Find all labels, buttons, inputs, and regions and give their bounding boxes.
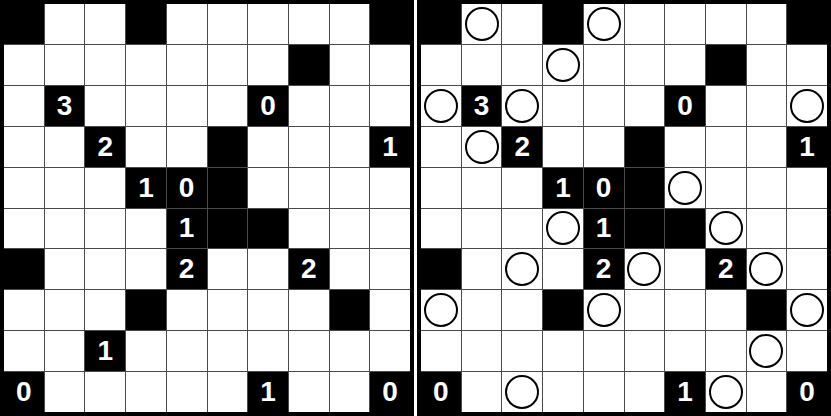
puzzle-cell-r3c6[interactable] [248,127,288,167]
puzzle-cell-r8c7[interactable] [289,331,329,371]
puzzle-cell-r7c2[interactable] [85,290,125,330]
solution-cell-r2c2[interactable] [502,86,542,126]
solution-cell-r4c3: 1 [543,168,583,208]
solution-cell-r5c9[interactable] [787,209,827,249]
solution-cell-r9c3[interactable] [543,372,583,412]
solution-cell-r0c3 [543,4,583,44]
solution-cell-r1c1[interactable] [462,45,502,85]
puzzle-cell-r9c7[interactable] [289,372,329,412]
puzzle-cell-r5c9[interactable] [370,209,410,249]
solution-cell-r7c4[interactable] [584,290,624,330]
solution-cell-r8c1[interactable] [462,331,502,371]
bulb-circle [790,89,824,123]
puzzle-cell-r3c7[interactable] [289,127,329,167]
solution-cell-r8c2[interactable] [502,331,542,371]
bulb-circle [668,171,702,205]
puzzle-cell-r1c3[interactable] [126,45,166,85]
solution-cell-r8c9[interactable] [787,331,827,371]
puzzle-cell-r0c3 [126,4,166,44]
bulb-circle [749,252,783,286]
solution-cell-r5c4: 1 [584,209,624,249]
solution-cell-r0c0 [421,4,461,44]
solution-cell-r1c6[interactable] [665,45,705,85]
puzzle-cell-r4c7[interactable] [289,168,329,208]
solution-cell-r5c8[interactable] [747,209,787,249]
puzzle-cell-r4c5 [208,168,248,208]
solution-cell-r8c4[interactable] [584,331,624,371]
solution-cell-r5c3[interactable] [543,209,583,249]
bulb-circle [424,293,458,327]
puzzle-cell-r6c2[interactable] [85,249,125,289]
solution-cell-r3c1[interactable] [462,127,502,167]
puzzle-cell-r4c8[interactable] [330,168,370,208]
solution-cell-r4c8[interactable] [747,168,787,208]
solution-cell-r0c6[interactable] [665,4,705,44]
solution-cell-r1c0[interactable] [421,45,461,85]
solution-cell-r5c2[interactable] [502,209,542,249]
solution-cell-r1c2[interactable] [502,45,542,85]
solution-cell-r3c3[interactable] [543,127,583,167]
puzzle-cell-r1c7 [289,45,329,85]
solution-cell-r9c9: 0 [787,372,827,412]
puzzle-cell-r9c0: 0 [4,372,44,412]
puzzle-cell-r5c5 [208,209,248,249]
solution-cell-r6c0 [421,249,461,289]
puzzle-cell-r2c1: 3 [45,86,85,126]
solution-cell-r7c5[interactable] [625,290,665,330]
puzzle-cell-r6c7: 2 [289,249,329,289]
puzzle-cell-r6c5[interactable] [208,249,248,289]
puzzle-cell-r3c3[interactable] [126,127,166,167]
solution-cell-r3c4[interactable] [584,127,624,167]
puzzle-cell-r3c9: 1 [370,127,410,167]
puzzle-cell-r1c0[interactable] [4,45,44,85]
solution-cell-r7c7[interactable] [706,290,746,330]
solution-cell-r9c8[interactable] [747,372,787,412]
puzzle-cell-r9c8[interactable] [330,372,370,412]
solution-cell-r8c0[interactable] [421,331,461,371]
puzzle-cell-r9c9: 0 [370,372,410,412]
puzzle-cell-r8c1[interactable] [45,331,85,371]
solution-cell-r6c4: 2 [584,249,624,289]
puzzle-cell-r5c2[interactable] [85,209,125,249]
puzzle-cell-r2c2[interactable] [85,86,125,126]
solution-cell-r4c7[interactable] [706,168,746,208]
solution-cell-r0c9 [787,4,827,44]
puzzle-cell-r3c0[interactable] [4,127,44,167]
solution-cell-r2c6: 0 [665,86,705,126]
puzzle-cell-r1c1[interactable] [45,45,85,85]
solution-cell-r5c1[interactable] [462,209,502,249]
puzzle-cell-r8c5[interactable] [208,331,248,371]
solution-cell-r3c0[interactable] [421,127,461,167]
puzzle-cell-r4c3: 1 [126,168,166,208]
solution-board: 302110122010 [417,0,831,416]
puzzle-cell-r3c2: 2 [85,127,125,167]
bulb-circle [587,293,621,327]
bulb-circle [790,293,824,327]
solution-cell-r5c0[interactable] [421,209,461,249]
solution-cell-r4c5 [625,168,665,208]
solution-cell-r2c4[interactable] [584,86,624,126]
bulb-circle [709,375,743,409]
puzzle-cell-r9c4[interactable] [167,372,207,412]
puzzle-cell-r7c0[interactable] [4,290,44,330]
puzzle-cell-r5c7[interactable] [289,209,329,249]
puzzle-cell-r6c0 [4,249,44,289]
solution-cell-r1c7 [706,45,746,85]
puzzle-cell-r6c6[interactable] [248,249,288,289]
puzzle-cell-r8c2: 1 [85,331,125,371]
puzzle-cell-r3c4[interactable] [167,127,207,167]
puzzle-cell-r5c6 [248,209,288,249]
solution-cell-r7c8 [747,290,787,330]
puzzle-cell-r9c6: 1 [248,372,288,412]
solution-cell-r0c1[interactable] [462,4,502,44]
solution-cell-r1c3[interactable] [543,45,583,85]
solution-cell-r4c1[interactable] [462,168,502,208]
puzzle-cell-r7c1[interactable] [45,290,85,330]
solution-cell-r2c8[interactable] [747,86,787,126]
solution-cell-r6c2[interactable] [502,249,542,289]
puzzle-cell-r0c2[interactable] [85,4,125,44]
puzzle-cell-r1c6[interactable] [248,45,288,85]
puzzle-cell-r5c0[interactable] [4,209,44,249]
solution-cell-r4c0[interactable] [421,168,461,208]
solution-cell-r3c9: 1 [787,127,827,167]
solution-cell-r2c7[interactable] [706,86,746,126]
puzzle-cell-r2c6: 0 [248,86,288,126]
solution-cell-r8c7[interactable] [706,331,746,371]
bulb-circle [587,7,621,41]
solution-cell-r1c9[interactable] [787,45,827,85]
puzzle-cell-r4c4: 0 [167,168,207,208]
puzzle-cell-r6c8[interactable] [330,249,370,289]
puzzle-cell-r5c4: 1 [167,209,207,249]
solution-cell-r4c9[interactable] [787,168,827,208]
bulb-circle [424,89,458,123]
puzzle-cell-r8c6[interactable] [248,331,288,371]
puzzle-cell-r4c6[interactable] [248,168,288,208]
puzzle-cell-r3c1[interactable] [45,127,85,167]
puzzle-cell-r0c1[interactable] [45,4,85,44]
puzzle-cell-r5c1[interactable] [45,209,85,249]
solution-cell-r7c1[interactable] [462,290,502,330]
solution-cell-r0c7[interactable] [706,4,746,44]
puzzle-cell-r2c5[interactable] [208,86,248,126]
solution-cell-r6c9[interactable] [787,249,827,289]
solution-cell-r0c4[interactable] [584,4,624,44]
puzzle-cell-r2c3[interactable] [126,86,166,126]
solution-cell-r2c3[interactable] [543,86,583,126]
puzzle-cell-r7c5[interactable] [208,290,248,330]
solution-cell-r6c6[interactable] [665,249,705,289]
solution-cell-r3c7[interactable] [706,127,746,167]
puzzle-cell-r1c5[interactable] [208,45,248,85]
puzzle-cell-r0c9 [370,4,410,44]
puzzle-cell-r2c4[interactable] [167,86,207,126]
puzzle-cell-r0c7[interactable] [289,4,329,44]
puzzle-cell-r7c3 [126,290,166,330]
solution-cell-r7c6[interactable] [665,290,705,330]
solution-cell-r0c2[interactable] [502,4,542,44]
puzzle-cell-r8c8[interactable] [330,331,370,371]
puzzle-cell-r4c2[interactable] [85,168,125,208]
puzzle-cell-r5c3[interactable] [126,209,166,249]
solution-cell-r3c5 [625,127,665,167]
solution-cell-r8c5[interactable] [625,331,665,371]
puzzle-cell-r1c2[interactable] [85,45,125,85]
puzzle-cell-r7c7[interactable] [289,290,329,330]
puzzle-cell-r6c4: 2 [167,249,207,289]
solution-cell-r6c1[interactable] [462,249,502,289]
puzzle-cell-r1c9[interactable] [370,45,410,85]
puzzle-cell-r8c9[interactable] [370,331,410,371]
puzzle-cell-r2c0[interactable] [4,86,44,126]
puzzle-cell-r6c9[interactable] [370,249,410,289]
puzzle-cell-r9c2[interactable] [85,372,125,412]
puzzle-cell-r7c8 [330,290,370,330]
solution-cell-r7c3 [543,290,583,330]
puzzle-cell-r8c3[interactable] [126,331,166,371]
puzzle-cell-r8c0[interactable] [4,331,44,371]
solution-cell-r7c0[interactable] [421,290,461,330]
bulb-circle [546,48,580,82]
solution-cell-r4c4: 0 [584,168,624,208]
puzzle-cell-r1c8[interactable] [330,45,370,85]
bulb-circle [627,252,661,286]
solution-cell-r9c0: 0 [421,372,461,412]
solution-cell-r9c6: 1 [665,372,705,412]
puzzle-cell-r7c4[interactable] [167,290,207,330]
solution-cell-r9c4[interactable] [584,372,624,412]
bulb-circle [505,252,539,286]
solution-cell-r6c5[interactable] [625,249,665,289]
solution-cell-r8c6[interactable] [665,331,705,371]
puzzle-cell-r9c1[interactable] [45,372,85,412]
puzzle-cell-r8c4[interactable] [167,331,207,371]
solution-cell-r7c9[interactable] [787,290,827,330]
puzzle-cell-r2c8[interactable] [330,86,370,126]
solution-cell-r9c2[interactable] [502,372,542,412]
akari-puzzle-and-solution: 3021101221010 302110122010 [0,0,831,416]
puzzle-cell-r6c1[interactable] [45,249,85,289]
solution-cell-r4c2[interactable] [502,168,542,208]
solution-cell-r0c5[interactable] [625,4,665,44]
solution-cell-r3c8[interactable] [747,127,787,167]
puzzle-cell-r7c9[interactable] [370,290,410,330]
solution-cell-r2c0[interactable] [421,86,461,126]
solution-cell-r6c7: 2 [706,249,746,289]
solution-cell-r0c8[interactable] [747,4,787,44]
puzzle-cell-r9c5[interactable] [208,372,248,412]
bulb-circle [546,211,580,245]
bulb-circle [505,89,539,123]
puzzle-cell-r4c9[interactable] [370,168,410,208]
puzzle-cell-r2c9[interactable] [370,86,410,126]
solution-cell-r2c1: 3 [462,86,502,126]
puzzle-cell-r6c3[interactable] [126,249,166,289]
puzzle-cell-r5c8[interactable] [330,209,370,249]
puzzle-cell-r4c1[interactable] [45,168,85,208]
solution-cell-r2c9[interactable] [787,86,827,126]
bulb-circle [465,7,499,41]
solution-cell-r9c7[interactable] [706,372,746,412]
bulb-circle [709,211,743,245]
solution-cell-r5c7[interactable] [706,209,746,249]
puzzle-cell-r0c0 [4,4,44,44]
solution-cell-r5c6 [665,209,705,249]
bulb-circle [749,334,783,368]
solution-cell-r7c2[interactable] [502,290,542,330]
solution-cell-r8c8[interactable] [747,331,787,371]
solution-cell-r1c5[interactable] [625,45,665,85]
puzzle-cell-r3c8[interactable] [330,127,370,167]
puzzle-cell-r0c5[interactable] [208,4,248,44]
puzzle-cell-r1c4[interactable] [167,45,207,85]
puzzle-cell-r7c6[interactable] [248,290,288,330]
solution-cell-r3c2: 2 [502,127,542,167]
puzzle-board: 3021101221010 [0,0,414,416]
solution-cell-r1c8[interactable] [747,45,787,85]
solution-cell-r8c3[interactable] [543,331,583,371]
puzzle-cell-r2c7[interactable] [289,86,329,126]
solution-cell-r9c5[interactable] [625,372,665,412]
solution-cell-r9c1[interactable] [462,372,502,412]
solution-cell-r2c5[interactable] [625,86,665,126]
solution-cell-r6c3[interactable] [543,249,583,289]
solution-cell-r5c5 [625,209,665,249]
solution-cell-r6c8[interactable] [747,249,787,289]
solution-cell-r3c6[interactable] [665,127,705,167]
solution-cell-r4c6[interactable] [665,168,705,208]
puzzle-cell-r4c0[interactable] [4,168,44,208]
solution-cell-r1c4[interactable] [584,45,624,85]
puzzle-cell-r9c3[interactable] [126,372,166,412]
puzzle-cell-r0c4[interactable] [167,4,207,44]
puzzle-cell-r3c5 [208,127,248,167]
puzzle-cell-r0c6[interactable] [248,4,288,44]
puzzle-cell-r0c8[interactable] [330,4,370,44]
bulb-circle [465,130,499,164]
bulb-circle [505,375,539,409]
